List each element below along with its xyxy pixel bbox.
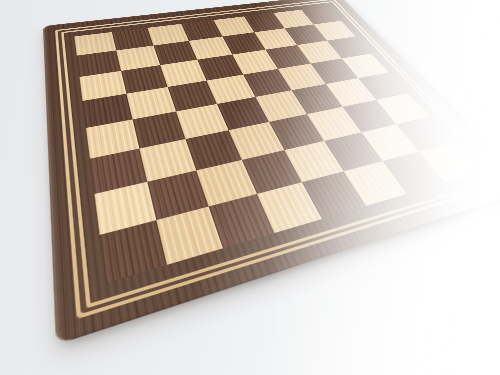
board-grid	[74, 7, 480, 283]
inlay-gap	[58, 0, 500, 314]
inlay-stripe-outer	[55, 0, 500, 319]
photo-scene	[0, 0, 500, 375]
chess-board	[43, 0, 500, 345]
board-frame	[43, 0, 500, 345]
frame-inner-band	[63, 2, 497, 303]
inlay-stripe-inner	[61, 1, 500, 308]
